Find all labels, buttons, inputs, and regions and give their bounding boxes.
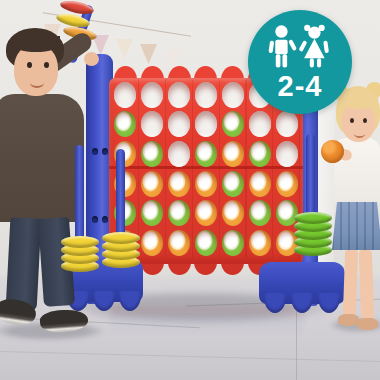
post-hole: [102, 216, 108, 223]
empty-hole: [168, 111, 190, 137]
cell-r1c4: [193, 80, 220, 110]
orange-disc: [276, 171, 298, 197]
boy-shirt: [0, 94, 84, 222]
post-hole: [102, 148, 108, 155]
players-badge: 2-4: [248, 10, 352, 114]
cell-r6c6: [246, 228, 273, 258]
cell-r4c3: [166, 169, 193, 199]
orange-disc: [141, 230, 163, 256]
green-disc: [222, 171, 244, 197]
orange-disc: [168, 171, 190, 197]
cell-r3c5: [219, 139, 246, 169]
boy-fringe: [12, 36, 60, 52]
green-disc: [141, 141, 163, 167]
bunting-flag: [140, 44, 157, 64]
girl-smile: [354, 130, 365, 138]
cell-r3c6: [246, 139, 273, 169]
cell-r6c5: [219, 228, 246, 258]
girl-sandal: [357, 318, 378, 330]
cell-r2c3: [166, 110, 193, 140]
empty-hole: [249, 111, 271, 137]
girl-denim-skirt: [332, 202, 380, 250]
empty-hole: [276, 141, 298, 167]
orange-disc: [249, 230, 271, 256]
cell-r3c4: [193, 139, 220, 169]
cell-r1c1: [112, 80, 139, 110]
cell-r2c2: [139, 110, 166, 140]
players-count-label: 2-4: [278, 72, 323, 101]
boy-leg: [6, 217, 42, 310]
cell-r4c5: [219, 169, 246, 199]
green-disc: [141, 200, 163, 226]
empty-hole: [168, 141, 190, 167]
empty-hole: [276, 111, 298, 137]
green-disc: [195, 230, 217, 256]
cell-r1c3: [166, 80, 193, 110]
cell-r6c3: [166, 228, 193, 258]
cell-r1c5: [219, 80, 246, 110]
product-photo-scene: 2-4: [0, 0, 380, 380]
cell-r6c4: [193, 228, 220, 258]
girl-leg: [359, 248, 375, 321]
bunting-flag: [116, 39, 133, 59]
cell-r2c5: [219, 110, 246, 140]
orange-disc: [195, 171, 217, 197]
green-disc: [168, 200, 190, 226]
cell-r5c5: [219, 199, 246, 229]
empty-hole: [141, 82, 163, 108]
green-disc: [195, 141, 217, 167]
orange-disc: [141, 171, 163, 197]
cell-r2c4: [193, 110, 220, 140]
cell-r5c3: [166, 199, 193, 229]
girl-eye: [363, 118, 367, 123]
post-hole: [92, 216, 98, 223]
empty-hole: [222, 82, 244, 108]
empty-hole: [114, 82, 136, 108]
ring-yellow: [102, 232, 140, 244]
green-disc: [249, 141, 271, 167]
cell-r4c2: [139, 169, 166, 199]
orange-disc: [222, 141, 244, 167]
girl-icon: [298, 24, 329, 67]
ring-green: [294, 212, 332, 224]
yellow-ring-stack: [61, 234, 99, 272]
cell-r2c7: [273, 110, 300, 140]
board-grid: [112, 80, 300, 258]
green-ring-stack: [294, 210, 332, 256]
cell-r2c6: [246, 110, 273, 140]
orange-disc: [222, 200, 244, 226]
cell-r1c2: [139, 80, 166, 110]
orange-disc: [195, 200, 217, 226]
post-hole: [92, 148, 98, 155]
cell-r4c4: [193, 169, 220, 199]
cell-r6c2: [139, 228, 166, 258]
girl-sandal: [338, 314, 359, 326]
girl-leg: [343, 248, 358, 318]
boy-eye: [44, 62, 49, 68]
cell-r3c7: [273, 139, 300, 169]
boy-hand: [84, 52, 99, 66]
boy-girl-icons: [266, 24, 334, 70]
orange-disc: [249, 171, 271, 197]
orange-disc: [168, 230, 190, 256]
ring-yellow: [61, 236, 99, 248]
cell-r3c2: [139, 139, 166, 169]
cell-r4c7: [273, 169, 300, 199]
cell-r5c4: [193, 199, 220, 229]
empty-hole: [168, 82, 190, 108]
boy-eye: [27, 62, 32, 68]
girl-bangs: [340, 96, 378, 109]
empty-hole: [195, 111, 217, 137]
frame-base-right: [259, 262, 345, 304]
green-disc: [222, 230, 244, 256]
cell-r4c6: [246, 169, 273, 199]
boy-icon: [268, 25, 297, 67]
orange-ball: [321, 140, 344, 163]
yellow-ring-stack: [102, 230, 140, 268]
empty-hole: [195, 82, 217, 108]
boy-smile: [30, 78, 44, 88]
floor-tile-seam: [0, 351, 380, 362]
cell-r5c2: [139, 199, 166, 229]
cell-r5c6: [246, 199, 273, 229]
empty-hole: [141, 111, 163, 137]
cell-r3c3: [166, 139, 193, 169]
cell-r2c1: [112, 110, 139, 140]
green-disc: [249, 200, 271, 226]
girl-eye: [350, 118, 354, 123]
green-disc: [114, 111, 136, 137]
green-disc: [222, 111, 244, 137]
